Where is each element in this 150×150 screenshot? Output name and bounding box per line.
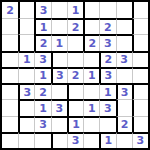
cell-r7c4[interactable]: 3 xyxy=(51,99,67,115)
cell-r5c4[interactable]: 3 xyxy=(51,67,67,83)
cell-r3c8[interactable] xyxy=(116,34,132,50)
cell-r4c9[interactable] xyxy=(132,51,148,67)
cell-r7c9[interactable] xyxy=(132,99,148,115)
cell-r2c7[interactable]: 2 xyxy=(99,18,115,34)
cell-r6c8[interactable]: 3 xyxy=(116,83,132,99)
cell-r9c4[interactable] xyxy=(51,132,67,148)
cell-r6c3[interactable]: 2 xyxy=(34,83,50,99)
cell-r1c9[interactable] xyxy=(132,2,148,18)
cell-r4c2[interactable]: 1 xyxy=(18,51,34,67)
cell-r4c3[interactable]: 3 xyxy=(34,51,50,67)
cell-r3c4[interactable]: 1 xyxy=(51,34,67,50)
cell-r8c1[interactable] xyxy=(2,116,18,132)
cell-r9c5[interactable]: 3 xyxy=(67,132,83,148)
cell-r2c9[interactable] xyxy=(132,18,148,34)
cell-r1c3[interactable]: 3 xyxy=(34,2,50,18)
cell-r2c4[interactable] xyxy=(51,18,67,34)
cell-r8c6[interactable] xyxy=(83,116,99,132)
cell-r3c7[interactable]: 3 xyxy=(99,34,115,50)
cell-r5c9[interactable] xyxy=(132,67,148,83)
cell-r9c2[interactable] xyxy=(18,132,34,148)
cell-r6c1[interactable] xyxy=(2,83,18,99)
cell-r2c6[interactable] xyxy=(83,18,99,34)
cell-r4c5[interactable] xyxy=(67,51,83,67)
cell-r4c7[interactable]: 2 xyxy=(99,51,115,67)
cell-r4c8[interactable]: 3 xyxy=(116,51,132,67)
cell-r6c6[interactable] xyxy=(83,83,99,99)
cell-r6c9[interactable] xyxy=(132,83,148,99)
cell-r3c6[interactable]: 2 xyxy=(83,34,99,50)
cell-r3c5[interactable] xyxy=(67,34,83,50)
cell-r7c5[interactable] xyxy=(67,99,83,115)
puzzle-board: 231122212313231321332131313312313 xyxy=(0,0,150,150)
cell-r2c3[interactable]: 1 xyxy=(34,18,50,34)
cell-r8c8[interactable]: 2 xyxy=(116,116,132,132)
cell-r8c2[interactable] xyxy=(18,116,34,132)
cell-r9c7[interactable]: 1 xyxy=(99,132,115,148)
cell-r2c8[interactable] xyxy=(116,18,132,34)
cell-r7c8[interactable] xyxy=(116,99,132,115)
cell-r3c2[interactable] xyxy=(18,34,34,50)
cell-r4c6[interactable] xyxy=(83,51,99,67)
cell-r6c4[interactable] xyxy=(51,83,67,99)
cell-r8c4[interactable] xyxy=(51,116,67,132)
cell-r5c6[interactable]: 1 xyxy=(83,67,99,83)
cell-r2c2[interactable] xyxy=(18,18,34,34)
cell-r8c3[interactable]: 3 xyxy=(34,116,50,132)
cell-r1c2[interactable] xyxy=(18,2,34,18)
cell-r7c1[interactable] xyxy=(2,99,18,115)
cell-r5c1[interactable] xyxy=(2,67,18,83)
cell-r7c2[interactable] xyxy=(18,99,34,115)
cell-r6c2[interactable]: 3 xyxy=(18,83,34,99)
cell-r5c8[interactable] xyxy=(116,67,132,83)
cell-r7c6[interactable]: 1 xyxy=(83,99,99,115)
cell-r9c8[interactable] xyxy=(116,132,132,148)
cell-r5c5[interactable]: 2 xyxy=(67,67,83,83)
cell-r3c9[interactable] xyxy=(132,34,148,50)
cell-r1c8[interactable] xyxy=(116,2,132,18)
cell-r9c6[interactable] xyxy=(83,132,99,148)
cell-r1c7[interactable] xyxy=(99,2,115,18)
cell-r9c1[interactable] xyxy=(2,132,18,148)
cell-r9c9[interactable]: 3 xyxy=(132,132,148,148)
cell-r5c2[interactable] xyxy=(18,67,34,83)
cell-r1c5[interactable]: 1 xyxy=(67,2,83,18)
cell-r7c3[interactable]: 1 xyxy=(34,99,50,115)
cell-r1c4[interactable] xyxy=(51,2,67,18)
cell-r4c4[interactable] xyxy=(51,51,67,67)
cell-r2c5[interactable]: 2 xyxy=(67,18,83,34)
cell-r1c1[interactable]: 2 xyxy=(2,2,18,18)
cell-r4c1[interactable] xyxy=(2,51,18,67)
cell-r7c7[interactable]: 3 xyxy=(99,99,115,115)
cell-r9c3[interactable] xyxy=(34,132,50,148)
cell-r1c6[interactable] xyxy=(83,2,99,18)
cell-r2c1[interactable] xyxy=(2,18,18,34)
cell-r3c1[interactable] xyxy=(2,34,18,50)
cell-r6c5[interactable] xyxy=(67,83,83,99)
cell-r6c7[interactable]: 1 xyxy=(99,83,115,99)
cell-r3c3[interactable]: 2 xyxy=(34,34,50,50)
cell-r5c7[interactable]: 3 xyxy=(99,67,115,83)
cell-r8c5[interactable]: 1 xyxy=(67,116,83,132)
cell-r8c9[interactable] xyxy=(132,116,148,132)
cell-r5c3[interactable]: 1 xyxy=(34,67,50,83)
cell-r8c7[interactable] xyxy=(99,116,115,132)
